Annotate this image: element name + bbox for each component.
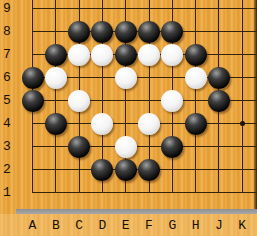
col-label-F: F bbox=[141, 219, 157, 233]
grid-line-col-H bbox=[195, 0, 196, 193]
white-stone-C5[interactable] bbox=[68, 90, 90, 112]
black-stone-J6[interactable] bbox=[208, 67, 230, 89]
black-stone-D2[interactable] bbox=[91, 159, 113, 181]
col-label-K: K bbox=[234, 219, 250, 233]
col-label-C: C bbox=[71, 219, 87, 233]
black-stone-F2[interactable] bbox=[138, 159, 160, 181]
grid-line-row-1 bbox=[32, 192, 257, 193]
goban[interactable]: 987654321ABCDEFGHJK bbox=[0, 0, 257, 236]
black-stone-C3[interactable] bbox=[68, 136, 90, 158]
grid-line-col-K bbox=[242, 0, 243, 193]
black-stone-B7[interactable] bbox=[45, 44, 67, 66]
black-stone-E8[interactable] bbox=[115, 21, 137, 43]
black-stone-A5[interactable] bbox=[22, 90, 44, 112]
black-stone-G8[interactable] bbox=[161, 21, 183, 43]
black-stone-J5[interactable] bbox=[208, 90, 230, 112]
white-stone-E6[interactable] bbox=[115, 67, 137, 89]
row-label-3: 3 bbox=[0, 140, 14, 154]
row-label-6: 6 bbox=[0, 71, 14, 85]
star-point-K4 bbox=[240, 121, 245, 126]
white-stone-C7[interactable] bbox=[68, 44, 90, 66]
grid-line-row-3 bbox=[32, 146, 257, 147]
row-label-2: 2 bbox=[0, 163, 14, 177]
row-label-7: 7 bbox=[0, 48, 14, 62]
grid-line-row-9 bbox=[32, 8, 257, 9]
black-stone-B4[interactable] bbox=[45, 113, 67, 135]
black-stone-G3[interactable] bbox=[161, 136, 183, 158]
white-stone-F4[interactable] bbox=[138, 113, 160, 135]
row-label-5: 5 bbox=[0, 94, 14, 108]
white-stone-H6[interactable] bbox=[185, 67, 207, 89]
row-label-1: 1 bbox=[0, 186, 14, 200]
white-stone-E3[interactable] bbox=[115, 136, 137, 158]
black-stone-C8[interactable] bbox=[68, 21, 90, 43]
row-label-4: 4 bbox=[0, 117, 14, 131]
white-stone-D7[interactable] bbox=[91, 44, 113, 66]
white-stone-B6[interactable] bbox=[45, 67, 67, 89]
col-label-H: H bbox=[188, 219, 204, 233]
white-stone-G5[interactable] bbox=[161, 90, 183, 112]
white-stone-G7[interactable] bbox=[161, 44, 183, 66]
col-label-E: E bbox=[118, 219, 134, 233]
col-label-D: D bbox=[94, 219, 110, 233]
black-stone-E7[interactable] bbox=[115, 44, 137, 66]
board-edge-shadow bbox=[16, 209, 257, 214]
black-stone-E2[interactable] bbox=[115, 159, 137, 181]
row-label-9: 9 bbox=[0, 2, 14, 16]
black-stone-D8[interactable] bbox=[91, 21, 113, 43]
col-label-A: A bbox=[25, 219, 41, 233]
grid-line-col-B bbox=[55, 0, 56, 193]
white-stone-F7[interactable] bbox=[138, 44, 160, 66]
black-stone-H7[interactable] bbox=[185, 44, 207, 66]
col-label-G: G bbox=[164, 219, 180, 233]
row-label-8: 8 bbox=[0, 25, 14, 39]
col-label-B: B bbox=[48, 219, 64, 233]
black-stone-H4[interactable] bbox=[185, 113, 207, 135]
black-stone-F8[interactable] bbox=[138, 21, 160, 43]
white-stone-D4[interactable] bbox=[91, 113, 113, 135]
col-label-J: J bbox=[211, 219, 227, 233]
black-stone-A6[interactable] bbox=[22, 67, 44, 89]
